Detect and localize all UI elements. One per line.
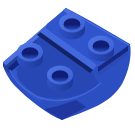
stud-front [47, 66, 73, 92]
stud-left [17, 43, 43, 69]
stud-right [88, 36, 114, 62]
lego-brick-photo [0, 0, 135, 135]
stud-back [59, 14, 85, 40]
brick-illustration [0, 0, 135, 135]
